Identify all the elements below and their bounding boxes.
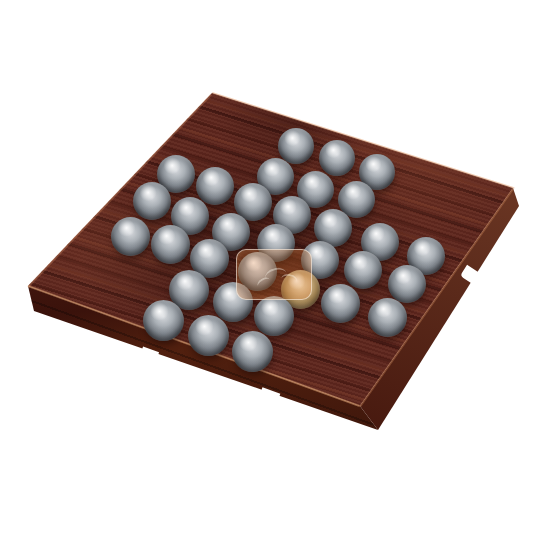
- ball-steel-r0c3[interactable]: [319, 140, 355, 176]
- ball-steel-r4c5[interactable]: [321, 284, 360, 323]
- ball-steel-r4c0[interactable]: [111, 217, 150, 256]
- ball-steel-r6c3[interactable]: [188, 315, 229, 356]
- watermark-box: [236, 249, 312, 300]
- ball-steel-r2c1[interactable]: [196, 167, 234, 205]
- ball-steel-r6c4[interactable]: [232, 331, 273, 372]
- ball-steel-r3c6[interactable]: [388, 265, 426, 303]
- ball-steel-r4c1[interactable]: [151, 225, 190, 264]
- ball-steel-r0c2[interactable]: [278, 128, 314, 164]
- watermark-script-stroke: [280, 273, 298, 288]
- ball-steel-r6c2[interactable]: [143, 300, 184, 341]
- photo-stage: [0, 0, 550, 550]
- ball-steel-r5c4[interactable]: [254, 296, 294, 336]
- ball-steel-r3c0[interactable]: [133, 182, 171, 220]
- ball-steel-r4c6[interactable]: [368, 298, 407, 337]
- ball-steel-r3c5[interactable]: [344, 251, 382, 289]
